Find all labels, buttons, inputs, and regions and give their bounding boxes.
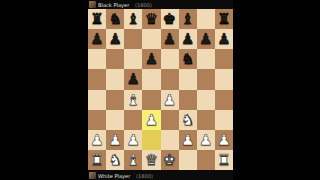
square-h4[interactable] (215, 90, 233, 110)
square-b7[interactable]: ♟ (106, 29, 124, 49)
piece-white-pawn[interactable]: ♟ (199, 130, 212, 150)
square-f7[interactable]: ♟ (179, 29, 197, 49)
square-h5[interactable] (215, 69, 233, 89)
square-d4[interactable] (142, 90, 160, 110)
square-b8[interactable]: ♞ (106, 9, 124, 29)
bottom-player-rating: (1800) (136, 172, 153, 178)
piece-white-bishop[interactable]: ♝ (127, 150, 140, 170)
piece-black-pawn[interactable]: ♟ (90, 29, 103, 49)
bottom-player-avatar[interactable] (89, 172, 96, 179)
square-f3[interactable]: ♞ (179, 110, 197, 130)
square-d5[interactable] (142, 69, 160, 89)
piece-black-rook[interactable]: ♜ (217, 9, 230, 29)
square-a7[interactable]: ♟ (88, 29, 106, 49)
square-b1[interactable]: ♞ (106, 150, 124, 170)
square-d8[interactable]: ♛ (142, 9, 160, 29)
square-e3[interactable] (161, 110, 179, 130)
square-c3[interactable] (124, 110, 142, 130)
square-f5[interactable] (179, 69, 197, 89)
piece-black-pawn[interactable]: ♟ (217, 29, 230, 49)
piece-black-pawn[interactable]: ♟ (108, 29, 121, 49)
square-b4[interactable] (106, 90, 124, 110)
piece-white-rook[interactable]: ♜ (90, 150, 103, 170)
square-g5[interactable] (197, 69, 215, 89)
square-d2[interactable] (142, 130, 160, 150)
square-d6[interactable]: ♟ (142, 49, 160, 69)
square-b3[interactable] (106, 110, 124, 130)
square-h8[interactable]: ♜ (215, 9, 233, 29)
square-e1[interactable]: ♚ (161, 150, 179, 170)
piece-black-knight[interactable]: ♞ (108, 9, 121, 29)
square-f8[interactable]: ♝ (179, 9, 197, 29)
square-c7[interactable] (124, 29, 142, 49)
square-d1[interactable]: ♛ (142, 150, 160, 170)
square-b2[interactable]: ♟ (106, 130, 124, 150)
piece-white-pawn[interactable]: ♟ (181, 130, 194, 150)
piece-white-knight[interactable]: ♞ (181, 110, 194, 130)
piece-white-pawn[interactable]: ♟ (145, 110, 158, 130)
square-f1[interactable] (179, 150, 197, 170)
square-b5[interactable] (106, 69, 124, 89)
square-c1[interactable]: ♝ (124, 150, 142, 170)
square-g3[interactable] (197, 110, 215, 130)
square-h3[interactable] (215, 110, 233, 130)
square-d3[interactable]: ♟ (142, 110, 160, 130)
piece-white-pawn[interactable]: ♟ (163, 90, 176, 110)
square-c4[interactable]: ♝ (124, 90, 142, 110)
piece-black-king[interactable]: ♚ (163, 9, 176, 29)
piece-white-knight[interactable]: ♞ (108, 150, 121, 170)
square-c5[interactable]: ♟ (124, 69, 142, 89)
square-g1[interactable] (197, 150, 215, 170)
top-player-avatar[interactable] (89, 1, 96, 8)
piece-black-pawn[interactable]: ♟ (199, 29, 212, 49)
piece-black-pawn[interactable]: ♟ (145, 49, 158, 69)
piece-black-rook[interactable]: ♜ (90, 9, 103, 29)
piece-white-bishop[interactable]: ♝ (127, 90, 140, 110)
square-g7[interactable]: ♟ (197, 29, 215, 49)
square-f6[interactable]: ♞ (179, 49, 197, 69)
square-c2[interactable]: ♟ (124, 130, 142, 150)
bottom-player-bar: White Player (1800) (88, 170, 233, 180)
square-e8[interactable]: ♚ (161, 9, 179, 29)
bottom-player-name[interactable]: White Player (98, 172, 130, 178)
piece-black-bishop[interactable]: ♝ (127, 9, 140, 29)
square-h1[interactable]: ♜ (215, 150, 233, 170)
square-e7[interactable]: ♟ (161, 29, 179, 49)
square-c6[interactable] (124, 49, 142, 69)
square-a4[interactable] (88, 90, 106, 110)
square-h6[interactable] (215, 49, 233, 69)
square-b6[interactable] (106, 49, 124, 69)
piece-black-pawn[interactable]: ♟ (181, 29, 194, 49)
piece-white-pawn[interactable]: ♟ (217, 130, 230, 150)
piece-black-knight[interactable]: ♞ (181, 49, 194, 69)
square-h7[interactable]: ♟ (215, 29, 233, 49)
square-e5[interactable] (161, 69, 179, 89)
square-a2[interactable]: ♟ (88, 130, 106, 150)
square-a1[interactable]: ♜ (88, 150, 106, 170)
square-g6[interactable] (197, 49, 215, 69)
square-g4[interactable] (197, 90, 215, 110)
square-e6[interactable] (161, 49, 179, 69)
piece-white-rook[interactable]: ♜ (217, 150, 230, 170)
square-e4[interactable]: ♟ (161, 90, 179, 110)
piece-white-king[interactable]: ♚ (163, 150, 176, 170)
square-f2[interactable]: ♟ (179, 130, 197, 150)
game-column: Black Player (1800) ♜♞♝♛♚♝♜♟♟♟♟♟♟♟♞♟♝♟♟♞… (88, 0, 233, 180)
square-g2[interactable]: ♟ (197, 130, 215, 150)
piece-black-bishop[interactable]: ♝ (181, 9, 194, 29)
square-c8[interactable]: ♝ (124, 9, 142, 29)
piece-black-pawn[interactable]: ♟ (127, 69, 140, 89)
piece-white-pawn[interactable]: ♟ (127, 130, 140, 150)
piece-white-pawn[interactable]: ♟ (90, 130, 103, 150)
square-h2[interactable]: ♟ (215, 130, 233, 150)
square-a3[interactable] (88, 110, 106, 130)
piece-white-queen[interactable]: ♛ (145, 150, 158, 170)
square-g8[interactable] (197, 9, 215, 29)
top-player-rating: (1800) (135, 2, 152, 8)
top-player-name[interactable]: Black Player (98, 2, 129, 8)
square-a8[interactable]: ♜ (88, 9, 106, 29)
piece-white-pawn[interactable]: ♟ (108, 130, 121, 150)
video-frame: Black Player (1800) ♜♞♝♛♚♝♜♟♟♟♟♟♟♟♞♟♝♟♟♞… (0, 0, 320, 180)
chess-board[interactable]: ♜♞♝♛♚♝♜♟♟♟♟♟♟♟♞♟♝♟♟♞♟♟♟♟♟♟♜♞♝♛♚♜ (88, 9, 233, 170)
top-player-bar: Black Player (1800) (88, 0, 233, 9)
square-f4[interactable] (179, 90, 197, 110)
square-d7[interactable] (142, 29, 160, 49)
piece-black-queen[interactable]: ♛ (145, 9, 158, 29)
square-a6[interactable] (88, 49, 106, 69)
piece-black-pawn[interactable]: ♟ (163, 29, 176, 49)
square-a5[interactable] (88, 69, 106, 89)
square-e2[interactable] (161, 130, 179, 150)
